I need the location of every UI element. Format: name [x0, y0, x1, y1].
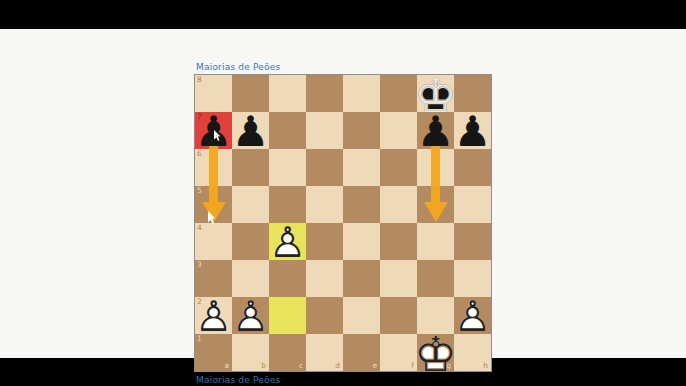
- square-c1[interactable]: c: [269, 334, 306, 371]
- rank-label-5: 5: [197, 187, 202, 195]
- rank-label-6: 6: [197, 150, 202, 158]
- square-d4[interactable]: [306, 223, 343, 260]
- square-f8[interactable]: [380, 75, 417, 112]
- square-b6[interactable]: [232, 149, 269, 186]
- square-c2[interactable]: [269, 297, 306, 334]
- square-c5[interactable]: [269, 186, 306, 223]
- square-c8[interactable]: [269, 75, 306, 112]
- letterbox-top: [0, 0, 686, 29]
- diagram-title-top: Maiorias de Peões: [196, 62, 280, 72]
- square-f1[interactable]: f: [380, 334, 417, 371]
- square-b3[interactable]: [232, 260, 269, 297]
- square-e6[interactable]: [343, 149, 380, 186]
- square-f5[interactable]: [380, 186, 417, 223]
- square-g4[interactable]: [417, 223, 454, 260]
- square-b2[interactable]: [232, 297, 269, 334]
- diagram-title-bottom: Maiorias de Peões: [196, 375, 280, 385]
- square-f3[interactable]: [380, 260, 417, 297]
- chess-board: 87654321abcdefgh ♚♔♟♟♟♟♟♙♟♙♟♙♟♙♚♔: [194, 74, 492, 372]
- square-f7[interactable]: [380, 112, 417, 149]
- rank-label-1: 1: [197, 335, 202, 343]
- square-g8[interactable]: [417, 75, 454, 112]
- rank-label-7: 7: [197, 113, 202, 121]
- square-h4[interactable]: [454, 223, 491, 260]
- square-e3[interactable]: [343, 260, 380, 297]
- square-g7[interactable]: [417, 112, 454, 149]
- square-a5[interactable]: 5: [195, 186, 232, 223]
- square-a2[interactable]: 2: [195, 297, 232, 334]
- file-label-b: b: [261, 362, 266, 370]
- square-f2[interactable]: [380, 297, 417, 334]
- rank-label-2: 2: [197, 298, 202, 306]
- square-e2[interactable]: [343, 297, 380, 334]
- file-label-c: c: [299, 362, 303, 370]
- square-h7[interactable]: [454, 112, 491, 149]
- square-a6[interactable]: 6: [195, 149, 232, 186]
- square-g5[interactable]: [417, 186, 454, 223]
- square-a3[interactable]: 3: [195, 260, 232, 297]
- square-e1[interactable]: e: [343, 334, 380, 371]
- square-b4[interactable]: [232, 223, 269, 260]
- square-h8[interactable]: [454, 75, 491, 112]
- square-c3[interactable]: [269, 260, 306, 297]
- square-h5[interactable]: [454, 186, 491, 223]
- square-g6[interactable]: [417, 149, 454, 186]
- file-label-h: h: [483, 362, 488, 370]
- file-label-g: g: [446, 362, 451, 370]
- square-d3[interactable]: [306, 260, 343, 297]
- square-g3[interactable]: [417, 260, 454, 297]
- file-label-a: a: [224, 362, 229, 370]
- square-e7[interactable]: [343, 112, 380, 149]
- square-c4[interactable]: [269, 223, 306, 260]
- square-a8[interactable]: 8: [195, 75, 232, 112]
- square-e8[interactable]: [343, 75, 380, 112]
- square-d6[interactable]: [306, 149, 343, 186]
- square-d7[interactable]: [306, 112, 343, 149]
- square-f6[interactable]: [380, 149, 417, 186]
- square-h3[interactable]: [454, 260, 491, 297]
- square-h2[interactable]: [454, 297, 491, 334]
- square-b1[interactable]: b: [232, 334, 269, 371]
- square-g1[interactable]: g: [417, 334, 454, 371]
- square-d2[interactable]: [306, 297, 343, 334]
- square-h6[interactable]: [454, 149, 491, 186]
- square-c6[interactable]: [269, 149, 306, 186]
- rank-label-3: 3: [197, 261, 202, 269]
- square-d5[interactable]: [306, 186, 343, 223]
- page-background: Maiorias de Peões 87654321abcdefgh ♚♔♟♟♟…: [0, 29, 686, 358]
- square-e4[interactable]: [343, 223, 380, 260]
- square-a7[interactable]: 7: [195, 112, 232, 149]
- file-label-f: f: [411, 362, 414, 370]
- square-a1[interactable]: 1a: [195, 334, 232, 371]
- square-a4[interactable]: 4: [195, 223, 232, 260]
- square-g2[interactable]: [417, 297, 454, 334]
- board-squares: 87654321abcdefgh: [195, 75, 491, 371]
- square-f4[interactable]: [380, 223, 417, 260]
- square-d8[interactable]: [306, 75, 343, 112]
- square-h1[interactable]: h: [454, 334, 491, 371]
- square-d1[interactable]: d: [306, 334, 343, 371]
- square-b8[interactable]: [232, 75, 269, 112]
- video-frame: Maiorias de Peões 87654321abcdefgh ♚♔♟♟♟…: [0, 0, 686, 386]
- rank-label-4: 4: [197, 224, 202, 232]
- rank-label-8: 8: [197, 76, 202, 84]
- square-b7[interactable]: [232, 112, 269, 149]
- square-c7[interactable]: [269, 112, 306, 149]
- file-label-d: d: [335, 362, 340, 370]
- square-e5[interactable]: [343, 186, 380, 223]
- file-label-e: e: [372, 362, 377, 370]
- square-b5[interactable]: [232, 186, 269, 223]
